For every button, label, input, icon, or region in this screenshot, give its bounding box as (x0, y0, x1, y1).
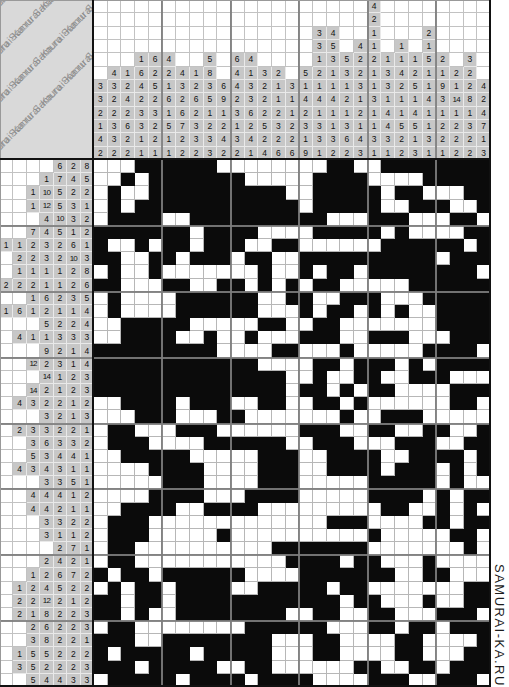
grid-cell[interactable] (299, 358, 313, 371)
grid-cell[interactable] (190, 292, 204, 305)
grid-cell[interactable] (272, 608, 286, 621)
grid-cell[interactable] (258, 279, 272, 292)
grid-cell[interactable] (258, 331, 272, 344)
grid-cell[interactable] (381, 661, 395, 674)
grid-cell[interactable] (162, 344, 176, 357)
grid-cell[interactable] (121, 384, 135, 397)
grid-cell[interactable] (327, 226, 341, 239)
grid-cell[interactable] (231, 265, 245, 278)
grid-cell[interactable] (217, 503, 231, 516)
grid-cell[interactable] (436, 621, 450, 634)
grid-cell[interactable] (313, 437, 327, 450)
grid-cell[interactable] (258, 582, 272, 595)
grid-cell[interactable] (327, 410, 341, 423)
grid-cell[interactable] (162, 489, 176, 502)
grid-cell[interactable] (436, 542, 450, 555)
grid-cell[interactable] (327, 265, 341, 278)
grid-cell[interactable] (313, 503, 327, 516)
grid-cell[interactable] (176, 489, 190, 502)
grid-cell[interactable] (121, 516, 135, 529)
grid-cell[interactable] (395, 358, 409, 371)
grid-cell[interactable] (354, 160, 368, 173)
grid-cell[interactable] (299, 200, 313, 213)
grid-cell[interactable] (381, 200, 395, 213)
grid-cell[interactable] (409, 529, 423, 542)
grid-cell[interactable] (464, 226, 478, 239)
grid-cell[interactable] (94, 239, 108, 252)
grid-cell[interactable] (258, 674, 272, 687)
grid-cell[interactable] (217, 661, 231, 674)
grid-cell[interactable] (395, 292, 409, 305)
grid-cell[interactable] (94, 424, 108, 437)
grid-cell[interactable] (313, 555, 327, 568)
grid-cell[interactable] (135, 160, 149, 173)
grid-cell[interactable] (450, 358, 464, 371)
grid-cell[interactable] (450, 621, 464, 634)
grid-cell[interactable] (135, 489, 149, 502)
grid-cell[interactable] (477, 674, 491, 687)
grid-cell[interactable] (423, 489, 437, 502)
grid-cell[interactable] (258, 489, 272, 502)
grid-cell[interactable] (450, 344, 464, 357)
grid-cell[interactable] (409, 226, 423, 239)
grid-cell[interactable] (368, 647, 382, 660)
grid-cell[interactable] (354, 279, 368, 292)
grid-cell[interactable] (245, 555, 259, 568)
grid-cell[interactable] (477, 397, 491, 410)
grid-cell[interactable] (135, 555, 149, 568)
grid-cell[interactable] (135, 647, 149, 660)
grid-cell[interactable] (477, 410, 491, 423)
grid-cell[interactable] (436, 358, 450, 371)
grid-cell[interactable] (354, 226, 368, 239)
grid-cell[interactable] (436, 555, 450, 568)
grid-cell[interactable] (286, 595, 300, 608)
grid-cell[interactable] (121, 331, 135, 344)
grid-cell[interactable] (368, 476, 382, 489)
grid-cell[interactable] (299, 186, 313, 199)
grid-cell[interactable] (409, 305, 423, 318)
grid-cell[interactable] (340, 279, 354, 292)
grid-cell[interactable] (190, 568, 204, 581)
grid-cell[interactable] (245, 265, 259, 278)
grid-cell[interactable] (121, 568, 135, 581)
grid-cell[interactable] (286, 450, 300, 463)
grid-cell[interactable] (327, 160, 341, 173)
grid-cell[interactable] (340, 344, 354, 357)
grid-cell[interactable] (286, 397, 300, 410)
grid-cell[interactable] (217, 634, 231, 647)
grid-cell[interactable] (423, 344, 437, 357)
grid-cell[interactable] (423, 305, 437, 318)
grid-cell[interactable] (409, 265, 423, 278)
grid-cell[interactable] (245, 371, 259, 384)
grid-cell[interactable] (381, 674, 395, 687)
grid-cell[interactable] (327, 397, 341, 410)
grid-cell[interactable] (299, 529, 313, 542)
grid-cell[interactable] (176, 279, 190, 292)
grid-cell[interactable] (368, 200, 382, 213)
grid-cell[interactable] (395, 674, 409, 687)
grid-cell[interactable] (149, 279, 163, 292)
grid-cell[interactable] (190, 661, 204, 674)
grid-cell[interactable] (108, 186, 122, 199)
grid-cell[interactable] (368, 595, 382, 608)
grid-cell[interactable] (477, 318, 491, 331)
grid-cell[interactable] (340, 424, 354, 437)
grid-cell[interactable] (327, 450, 341, 463)
grid-cell[interactable] (354, 344, 368, 357)
grid-cell[interactable] (121, 318, 135, 331)
grid-cell[interactable] (423, 674, 437, 687)
grid-cell[interactable] (409, 674, 423, 687)
grid-cell[interactable] (162, 634, 176, 647)
grid-cell[interactable] (368, 582, 382, 595)
grid-cell[interactable] (409, 661, 423, 674)
grid-cell[interactable] (121, 621, 135, 634)
grid-cell[interactable] (258, 173, 272, 186)
grid-cell[interactable] (340, 397, 354, 410)
grid-cell[interactable] (436, 516, 450, 529)
grid-cell[interactable] (190, 529, 204, 542)
grid-cell[interactable] (162, 608, 176, 621)
grid-cell[interactable] (450, 529, 464, 542)
grid-cell[interactable] (409, 647, 423, 660)
grid-cell[interactable] (286, 529, 300, 542)
grid-cell[interactable] (190, 200, 204, 213)
grid-cell[interactable] (423, 371, 437, 384)
grid-cell[interactable] (464, 424, 478, 437)
grid-cell[interactable] (231, 344, 245, 357)
grid-cell[interactable] (217, 529, 231, 542)
grid-cell[interactable] (313, 371, 327, 384)
grid-cell[interactable] (272, 173, 286, 186)
grid-cell[interactable] (258, 265, 272, 278)
grid-cell[interactable] (354, 529, 368, 542)
grid-cell[interactable] (299, 305, 313, 318)
grid-cell[interactable] (162, 647, 176, 660)
grid-cell[interactable] (190, 608, 204, 621)
grid-cell[interactable] (436, 252, 450, 265)
grid-cell[interactable] (299, 279, 313, 292)
grid-cell[interactable] (395, 226, 409, 239)
grid-cell[interactable] (368, 529, 382, 542)
grid-cell[interactable] (436, 186, 450, 199)
grid-cell[interactable] (395, 516, 409, 529)
grid-cell[interactable] (204, 410, 218, 423)
grid-cell[interactable] (245, 608, 259, 621)
grid-cell[interactable] (381, 305, 395, 318)
grid-cell[interactable] (245, 397, 259, 410)
grid-cell[interactable] (368, 516, 382, 529)
grid-cell[interactable] (231, 661, 245, 674)
grid-cell[interactable] (409, 173, 423, 186)
grid-cell[interactable] (450, 489, 464, 502)
grid-cell[interactable] (258, 516, 272, 529)
grid-cell[interactable] (450, 476, 464, 489)
grid-cell[interactable] (477, 516, 491, 529)
grid-cell[interactable] (313, 384, 327, 397)
grid-cell[interactable] (149, 292, 163, 305)
grid-cell[interactable] (231, 621, 245, 634)
grid-cell[interactable] (135, 476, 149, 489)
grid-cell[interactable] (162, 476, 176, 489)
grid-cell[interactable] (327, 213, 341, 226)
grid-cell[interactable] (327, 463, 341, 476)
grid-cell[interactable] (162, 424, 176, 437)
grid-cell[interactable] (409, 200, 423, 213)
grid-cell[interactable] (464, 595, 478, 608)
grid-cell[interactable] (272, 463, 286, 476)
grid-cell[interactable] (450, 226, 464, 239)
grid-cell[interactable] (423, 555, 437, 568)
grid-cell[interactable] (121, 213, 135, 226)
grid-cell[interactable] (108, 318, 122, 331)
grid-cell[interactable] (108, 239, 122, 252)
grid-cell[interactable] (108, 173, 122, 186)
grid-cell[interactable] (436, 265, 450, 278)
grid-cell[interactable] (94, 608, 108, 621)
grid-cell[interactable] (94, 371, 108, 384)
grid-cell[interactable] (354, 647, 368, 660)
grid-cell[interactable] (286, 213, 300, 226)
grid-cell[interactable] (94, 384, 108, 397)
grid-cell[interactable] (245, 318, 259, 331)
grid-cell[interactable] (368, 358, 382, 371)
grid-cell[interactable] (340, 331, 354, 344)
grid-cell[interactable] (299, 516, 313, 529)
grid-cell[interactable] (272, 516, 286, 529)
grid-cell[interactable] (286, 674, 300, 687)
grid-cell[interactable] (299, 371, 313, 384)
grid-cell[interactable] (135, 424, 149, 437)
grid-cell[interactable] (204, 647, 218, 660)
grid-cell[interactable] (176, 265, 190, 278)
grid-cell[interactable] (340, 173, 354, 186)
grid-cell[interactable] (176, 647, 190, 660)
grid-cell[interactable] (464, 252, 478, 265)
grid-cell[interactable] (381, 397, 395, 410)
grid-cell[interactable] (436, 318, 450, 331)
grid-cell[interactable] (108, 213, 122, 226)
grid-cell[interactable] (149, 450, 163, 463)
grid-cell[interactable] (368, 239, 382, 252)
grid-cell[interactable] (108, 608, 122, 621)
grid-cell[interactable] (286, 331, 300, 344)
grid-cell[interactable] (149, 384, 163, 397)
grid-cell[interactable] (149, 542, 163, 555)
grid-cell[interactable] (190, 265, 204, 278)
grid-cell[interactable] (464, 516, 478, 529)
grid-cell[interactable] (108, 568, 122, 581)
grid-cell[interactable] (190, 463, 204, 476)
grid-cell[interactable] (299, 661, 313, 674)
grid-cell[interactable] (381, 542, 395, 555)
grid-cell[interactable] (286, 489, 300, 502)
grid-cell[interactable] (340, 542, 354, 555)
grid-cell[interactable] (231, 318, 245, 331)
grid-cell[interactable] (272, 200, 286, 213)
grid-cell[interactable] (149, 252, 163, 265)
grid-cell[interactable] (381, 582, 395, 595)
grid-cell[interactable] (286, 226, 300, 239)
grid-cell[interactable] (149, 595, 163, 608)
grid-cell[interactable] (135, 252, 149, 265)
grid-cell[interactable] (272, 595, 286, 608)
grid-cell[interactable] (190, 371, 204, 384)
grid-cell[interactable] (217, 476, 231, 489)
grid-cell[interactable] (162, 186, 176, 199)
grid-cell[interactable] (436, 608, 450, 621)
grid-cell[interactable] (176, 318, 190, 331)
grid-cell[interactable] (94, 213, 108, 226)
grid-cell[interactable] (313, 318, 327, 331)
grid-cell[interactable] (245, 595, 259, 608)
grid-cell[interactable] (450, 582, 464, 595)
grid-cell[interactable] (176, 186, 190, 199)
grid-cell[interactable] (162, 503, 176, 516)
grid-cell[interactable] (190, 476, 204, 489)
grid-cell[interactable] (245, 568, 259, 581)
grid-cell[interactable] (327, 595, 341, 608)
grid-cell[interactable] (94, 160, 108, 173)
grid-cell[interactable] (135, 463, 149, 476)
grid-cell[interactable] (381, 647, 395, 660)
grid-cell[interactable] (231, 529, 245, 542)
grid-cell[interactable] (149, 239, 163, 252)
grid-cell[interactable] (340, 555, 354, 568)
grid-cell[interactable] (436, 529, 450, 542)
grid-cell[interactable] (286, 516, 300, 529)
grid-cell[interactable] (409, 397, 423, 410)
grid-cell[interactable] (450, 213, 464, 226)
grid-cell[interactable] (477, 200, 491, 213)
grid-cell[interactable] (94, 674, 108, 687)
grid-cell[interactable] (450, 305, 464, 318)
grid-cell[interactable] (204, 384, 218, 397)
grid-cell[interactable] (272, 555, 286, 568)
grid-cell[interactable] (135, 437, 149, 450)
grid-cell[interactable] (272, 410, 286, 423)
grid-cell[interactable] (327, 674, 341, 687)
grid-cell[interactable] (313, 186, 327, 199)
grid-cell[interactable] (381, 463, 395, 476)
grid-cell[interactable] (190, 226, 204, 239)
grid-cell[interactable] (245, 661, 259, 674)
grid-cell[interactable] (368, 621, 382, 634)
grid-cell[interactable] (245, 542, 259, 555)
grid-cell[interactable] (108, 226, 122, 239)
grid-cell[interactable] (149, 424, 163, 437)
grid-cell[interactable] (436, 463, 450, 476)
grid-cell[interactable] (258, 410, 272, 423)
grid-cell[interactable] (190, 279, 204, 292)
grid-cell[interactable] (258, 542, 272, 555)
grid-cell[interactable] (409, 160, 423, 173)
grid-cell[interactable] (299, 384, 313, 397)
grid-cell[interactable] (217, 384, 231, 397)
grid-cell[interactable] (217, 674, 231, 687)
grid-cell[interactable] (340, 489, 354, 502)
grid-cell[interactable] (190, 318, 204, 331)
grid-cell[interactable] (409, 186, 423, 199)
grid-cell[interactable] (121, 595, 135, 608)
grid-cell[interactable] (464, 582, 478, 595)
grid-cell[interactable] (395, 582, 409, 595)
grid-cell[interactable] (204, 318, 218, 331)
grid-cell[interactable] (121, 437, 135, 450)
grid-cell[interactable] (176, 397, 190, 410)
grid-cell[interactable] (313, 647, 327, 660)
grid-cell[interactable] (299, 463, 313, 476)
grid-cell[interactable] (149, 437, 163, 450)
grid-cell[interactable] (464, 542, 478, 555)
grid-cell[interactable] (121, 252, 135, 265)
grid-cell[interactable] (409, 279, 423, 292)
grid-cell[interactable] (217, 239, 231, 252)
grid-cell[interactable] (354, 582, 368, 595)
grid-cell[interactable] (217, 647, 231, 660)
grid-cell[interactable] (299, 344, 313, 357)
grid-cell[interactable] (299, 397, 313, 410)
grid-cell[interactable] (327, 568, 341, 581)
grid-cell[interactable] (368, 160, 382, 173)
grid-cell[interactable] (354, 450, 368, 463)
grid-cell[interactable] (176, 542, 190, 555)
grid-cell[interactable] (108, 647, 122, 660)
grid-cell[interactable] (340, 265, 354, 278)
grid-cell[interactable] (190, 186, 204, 199)
grid-cell[interactable] (217, 292, 231, 305)
grid-cell[interactable] (450, 450, 464, 463)
grid-cell[interactable] (436, 647, 450, 660)
grid-cell[interactable] (423, 265, 437, 278)
grid-cell[interactable] (258, 371, 272, 384)
grid-cell[interactable] (258, 305, 272, 318)
grid-cell[interactable] (395, 476, 409, 489)
grid-cell[interactable] (245, 200, 259, 213)
grid-cell[interactable] (327, 661, 341, 674)
grid-cell[interactable] (409, 634, 423, 647)
grid-cell[interactable] (149, 200, 163, 213)
grid-cell[interactable] (313, 542, 327, 555)
grid-cell[interactable] (245, 529, 259, 542)
grid-cell[interactable] (409, 437, 423, 450)
grid-cell[interactable] (450, 371, 464, 384)
grid-cell[interactable] (108, 503, 122, 516)
grid-cell[interactable] (450, 647, 464, 660)
grid-cell[interactable] (121, 344, 135, 357)
grid-cell[interactable] (299, 476, 313, 489)
grid-cell[interactable] (121, 279, 135, 292)
grid-cell[interactable] (94, 450, 108, 463)
grid-cell[interactable] (245, 647, 259, 660)
grid-cell[interactable] (340, 476, 354, 489)
grid-cell[interactable] (245, 410, 259, 423)
grid-cell[interactable] (395, 661, 409, 674)
grid-cell[interactable] (272, 503, 286, 516)
grid-cell[interactable] (245, 239, 259, 252)
grid-cell[interactable] (313, 450, 327, 463)
grid-cell[interactable] (436, 489, 450, 502)
grid-cell[interactable] (162, 371, 176, 384)
grid-cell[interactable] (231, 608, 245, 621)
grid-cell[interactable] (423, 516, 437, 529)
grid-cell[interactable] (162, 200, 176, 213)
grid-cell[interactable] (121, 661, 135, 674)
grid-cell[interactable] (190, 305, 204, 318)
grid-cell[interactable] (381, 318, 395, 331)
